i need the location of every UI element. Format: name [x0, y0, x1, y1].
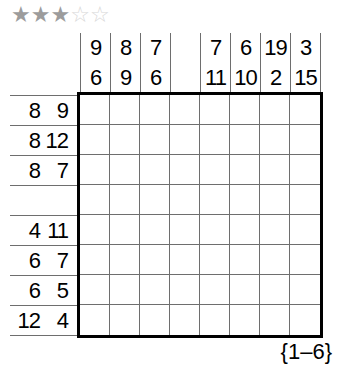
grid-cell[interactable] — [140, 95, 170, 125]
grid-cell[interactable] — [230, 155, 260, 185]
grid-cell[interactable] — [200, 245, 230, 275]
grid-cell[interactable] — [170, 245, 200, 275]
left-clue-r1-first: 8 — [10, 96, 40, 125]
top-clue-c3-upper: 7 — [140, 33, 170, 63]
left-clue-r8-second: 4 — [40, 306, 68, 335]
grid-cell[interactable] — [170, 275, 200, 305]
grid-cell[interactable] — [140, 245, 170, 275]
grid-cell[interactable] — [290, 245, 320, 275]
top-clue-c3-lower: 6 — [140, 63, 170, 93]
grid-cell[interactable] — [290, 155, 320, 185]
grid-cell[interactable] — [230, 95, 260, 125]
grid-cell[interactable] — [110, 215, 140, 245]
grid-cell[interactable] — [80, 155, 110, 185]
left-clue-r8-first: 12 — [10, 306, 40, 335]
top-clue-c8-lower: 15 — [290, 63, 320, 93]
left-clue-r3-first: 8 — [10, 156, 40, 185]
left-clue-r3-second: 7 — [40, 156, 68, 185]
left-clue-row-3: 8 7 — [10, 156, 80, 186]
grid-cell[interactable] — [140, 155, 170, 185]
grid-cell[interactable] — [110, 125, 140, 155]
puzzle-page: ★★★☆☆ 9 8 7 7 6 19 3 6 9 6 11 10 2 15 8 … — [0, 0, 339, 378]
grid-cell[interactable] — [290, 215, 320, 245]
grid-cell[interactable] — [230, 305, 260, 335]
grid-cell[interactable] — [140, 275, 170, 305]
left-clue-r5-first: 4 — [10, 216, 40, 245]
difficulty-star-rating: ★★★☆☆ — [11, 3, 110, 27]
grid-cell[interactable] — [290, 95, 320, 125]
top-clue-c2-upper: 8 — [110, 33, 140, 63]
grid-cell[interactable] — [200, 305, 230, 335]
top-clue-c6-lower: 10 — [230, 63, 260, 93]
grid-cell[interactable] — [80, 95, 110, 125]
grid-cell[interactable] — [110, 95, 140, 125]
left-clue-row-6: 6 7 — [10, 246, 80, 276]
grid-cell[interactable] — [170, 305, 200, 335]
grid-cell[interactable] — [200, 95, 230, 125]
grid-cell[interactable] — [260, 215, 290, 245]
grid-cell[interactable] — [80, 275, 110, 305]
left-clue-row-8: 12 4 — [10, 306, 80, 336]
grid-cell[interactable] — [290, 185, 320, 215]
grid-cell[interactable] — [170, 95, 200, 125]
grid-cell[interactable] — [110, 245, 140, 275]
grid-cell[interactable] — [170, 185, 200, 215]
grid-cell[interactable] — [290, 125, 320, 155]
grid-cell[interactable] — [170, 215, 200, 245]
grid-cell[interactable] — [110, 305, 140, 335]
grid-cell[interactable] — [110, 185, 140, 215]
top-clue-c4-upper — [170, 33, 200, 63]
grid-cell[interactable] — [140, 125, 170, 155]
top-clue-grid: 9 8 7 7 6 19 3 6 9 6 11 10 2 15 — [80, 33, 321, 93]
top-clue-c6-upper: 6 — [230, 33, 260, 63]
grid-cell[interactable] — [290, 275, 320, 305]
grid-cell[interactable] — [200, 215, 230, 245]
left-clue-r7-second: 5 — [40, 276, 68, 305]
grid-cell[interactable] — [140, 215, 170, 245]
filled-stars-icon: ★★★ — [11, 2, 70, 27]
left-clue-grid: 8 9 8 12 8 7 4 11 6 7 6 5 12 4 — [10, 95, 80, 336]
left-clue-r5-second: 11 — [40, 216, 68, 245]
top-clue-c5-upper: 7 — [200, 33, 230, 63]
left-clue-row-4 — [10, 186, 80, 216]
grid-cell[interactable] — [290, 305, 320, 335]
left-clue-r6-first: 6 — [10, 246, 40, 275]
grid-cell[interactable] — [80, 305, 110, 335]
left-clue-row-1: 8 9 — [10, 96, 80, 126]
empty-stars-icon: ☆☆ — [70, 2, 109, 27]
grid-cell[interactable] — [170, 155, 200, 185]
left-clue-row-7: 6 5 — [10, 276, 80, 306]
left-clue-r2-second: 12 — [40, 126, 68, 155]
grid-cell[interactable] — [200, 185, 230, 215]
grid-cell[interactable] — [140, 185, 170, 215]
top-clue-c5-lower: 11 — [200, 63, 230, 93]
grid-cell[interactable] — [260, 275, 290, 305]
grid-cell[interactable] — [260, 95, 290, 125]
grid-cell[interactable] — [140, 305, 170, 335]
grid-cell[interactable] — [230, 245, 260, 275]
board — [77, 92, 323, 338]
top-clue-c1-lower: 6 — [80, 63, 110, 93]
grid-cell[interactable] — [170, 125, 200, 155]
grid-cell[interactable] — [230, 185, 260, 215]
grid-cell[interactable] — [260, 125, 290, 155]
grid-cell[interactable] — [110, 155, 140, 185]
left-clue-r6-second: 7 — [40, 246, 68, 275]
grid-cell[interactable] — [260, 245, 290, 275]
top-clue-c7-lower: 2 — [260, 63, 290, 93]
top-clue-c2-lower: 9 — [110, 63, 140, 93]
grid-cell[interactable] — [260, 185, 290, 215]
grid-cell[interactable] — [80, 245, 110, 275]
top-clue-c7-upper: 19 — [260, 33, 290, 63]
grid-cell[interactable] — [80, 215, 110, 245]
grid-cell[interactable] — [230, 275, 260, 305]
digit-range-label: {1–6} — [281, 340, 332, 364]
grid-cell[interactable] — [260, 155, 290, 185]
left-clue-row-5: 4 11 — [10, 216, 80, 246]
left-clue-r1-second: 9 — [40, 96, 68, 125]
left-clue-r7-first: 6 — [10, 276, 40, 305]
grid-cell[interactable] — [110, 275, 140, 305]
grid-cell[interactable] — [260, 305, 290, 335]
grid-cell[interactable] — [200, 125, 230, 155]
top-clue-c8-upper: 3 — [290, 33, 320, 63]
grid-cell[interactable] — [200, 275, 230, 305]
grid-cell[interactable] — [230, 125, 260, 155]
grid-cell[interactable] — [80, 125, 110, 155]
top-clue-c1-upper: 9 — [80, 33, 110, 63]
left-clue-r2-first: 8 — [10, 126, 40, 155]
grid-cell[interactable] — [200, 155, 230, 185]
grid-cell[interactable] — [230, 215, 260, 245]
grid-cell[interactable] — [80, 185, 110, 215]
left-clue-row-2: 8 12 — [10, 126, 80, 156]
top-clue-c4-lower — [170, 63, 200, 93]
